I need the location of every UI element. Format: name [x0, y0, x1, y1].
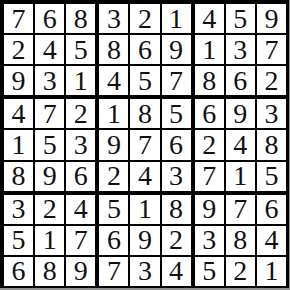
sudoku-box-1: 7 6 8 2 4 5 9 3 1: [4, 4, 95, 95]
sudoku-cell-r5c9: 8: [257, 130, 286, 159]
sudoku-box-2: 3 2 1 8 6 9 4 5 7: [99, 4, 190, 95]
sudoku-cell-r1c7: 4: [195, 4, 224, 33]
sudoku-cell-r3c4: 4: [99, 66, 128, 95]
sudoku-cell-r1c2: 6: [35, 4, 64, 33]
sudoku-cell-r9c1: 6: [4, 257, 33, 286]
sudoku-cell-r8c9: 4: [257, 226, 286, 255]
sudoku-cell-r4c6: 5: [162, 99, 191, 128]
sudoku-cell-r5c1: 1: [4, 130, 33, 159]
sudoku-cell-r3c9: 2: [257, 66, 286, 95]
sudoku-cell-r8c1: 5: [4, 226, 33, 255]
sudoku-cell-r2c1: 2: [4, 35, 33, 64]
sudoku-cell-r7c6: 8: [162, 195, 191, 224]
sudoku-cell-r3c5: 5: [130, 66, 159, 95]
sudoku-cell-r5c4: 9: [99, 130, 128, 159]
sudoku-cell-r5c6: 6: [162, 130, 191, 159]
sudoku-box-3: 4 5 9 1 3 7 8 6 2: [195, 4, 286, 95]
sudoku-box-6: 6 9 3 2 4 8 7 1 5: [195, 99, 286, 190]
sudoku-cell-r2c8: 3: [226, 35, 255, 64]
sudoku-cell-r5c3: 3: [66, 130, 95, 159]
sudoku-box-4: 4 7 2 1 5 3 8 9 6: [4, 99, 95, 190]
sudoku-cell-r6c1: 8: [4, 162, 33, 191]
sudoku-cell-r8c2: 1: [35, 226, 64, 255]
sudoku-cell-r6c6: 3: [162, 162, 191, 191]
sudoku-cell-r1c6: 1: [162, 4, 191, 33]
sudoku-cell-r6c4: 2: [99, 162, 128, 191]
sudoku-cell-r5c5: 7: [130, 130, 159, 159]
sudoku-cell-r1c4: 3: [99, 4, 128, 33]
sudoku-cell-r3c6: 7: [162, 66, 191, 95]
sudoku-cell-r7c1: 3: [4, 195, 33, 224]
sudoku-cell-r4c5: 8: [130, 99, 159, 128]
sudoku-cell-r7c7: 9: [195, 195, 224, 224]
sudoku-cell-r6c5: 4: [130, 162, 159, 191]
sudoku-cell-r4c8: 9: [226, 99, 255, 128]
sudoku-box-9: 9 7 6 3 8 4 5 2 1: [195, 195, 286, 286]
sudoku-cell-r2c5: 6: [130, 35, 159, 64]
sudoku-cell-r9c4: 7: [99, 257, 128, 286]
sudoku-cell-r7c4: 5: [99, 195, 128, 224]
sudoku-cell-r1c9: 9: [257, 4, 286, 33]
sudoku-cell-r6c9: 5: [257, 162, 286, 191]
sudoku-cell-r3c2: 3: [35, 66, 64, 95]
sudoku-cell-r3c8: 6: [226, 66, 255, 95]
sudoku-cell-r4c3: 2: [66, 99, 95, 128]
sudoku-cell-r2c3: 5: [66, 35, 95, 64]
sudoku-cell-r7c3: 4: [66, 195, 95, 224]
sudoku-cell-r3c1: 9: [4, 66, 33, 95]
sudoku-cell-r6c3: 6: [66, 162, 95, 191]
sudoku-cell-r8c3: 7: [66, 226, 95, 255]
sudoku-cell-r9c2: 8: [35, 257, 64, 286]
sudoku-board: 7 6 8 2 4 5 9 3 1 3 2 1 8 6 9 4 5 7 4 5 …: [0, 0, 290, 290]
sudoku-cell-r3c7: 8: [195, 66, 224, 95]
sudoku-cell-r8c7: 3: [195, 226, 224, 255]
sudoku-cell-r2c6: 9: [162, 35, 191, 64]
sudoku-cell-r6c2: 9: [35, 162, 64, 191]
sudoku-cell-r9c7: 5: [195, 257, 224, 286]
sudoku-box-5: 1 8 5 9 7 6 2 4 3: [99, 99, 190, 190]
sudoku-cell-r9c6: 4: [162, 257, 191, 286]
sudoku-cell-r9c5: 3: [130, 257, 159, 286]
sudoku-cell-r3c3: 1: [66, 66, 95, 95]
sudoku-cell-r4c2: 7: [35, 99, 64, 128]
sudoku-cell-r8c5: 9: [130, 226, 159, 255]
sudoku-cell-r5c7: 2: [195, 130, 224, 159]
sudoku-cell-r1c3: 8: [66, 4, 95, 33]
sudoku-cell-r2c7: 1: [195, 35, 224, 64]
sudoku-cell-r2c9: 7: [257, 35, 286, 64]
sudoku-cell-r8c6: 2: [162, 226, 191, 255]
sudoku-cell-r1c1: 7: [4, 4, 33, 33]
sudoku-cell-r4c7: 6: [195, 99, 224, 128]
sudoku-cell-r7c9: 6: [257, 195, 286, 224]
sudoku-cell-r2c4: 8: [99, 35, 128, 64]
sudoku-box-7: 3 2 4 5 1 7 6 8 9: [4, 195, 95, 286]
sudoku-cell-r2c2: 4: [35, 35, 64, 64]
sudoku-cell-r7c8: 7: [226, 195, 255, 224]
sudoku-cell-r6c7: 7: [195, 162, 224, 191]
sudoku-cell-r4c1: 4: [4, 99, 33, 128]
sudoku-cell-r1c5: 2: [130, 4, 159, 33]
sudoku-box-8: 5 1 8 6 9 2 7 3 4: [99, 195, 190, 286]
sudoku-cell-r4c4: 1: [99, 99, 128, 128]
sudoku-cell-r8c8: 8: [226, 226, 255, 255]
sudoku-cell-r9c9: 1: [257, 257, 286, 286]
sudoku-cell-r4c9: 3: [257, 99, 286, 128]
sudoku-cell-r6c8: 1: [226, 162, 255, 191]
sudoku-cell-r8c4: 6: [99, 226, 128, 255]
sudoku-cell-r7c5: 1: [130, 195, 159, 224]
sudoku-cell-r7c2: 2: [35, 195, 64, 224]
sudoku-cell-r9c3: 9: [66, 257, 95, 286]
sudoku-cell-r5c8: 4: [226, 130, 255, 159]
sudoku-cell-r5c2: 5: [35, 130, 64, 159]
sudoku-cell-r1c8: 5: [226, 4, 255, 33]
sudoku-cell-r9c8: 2: [226, 257, 255, 286]
